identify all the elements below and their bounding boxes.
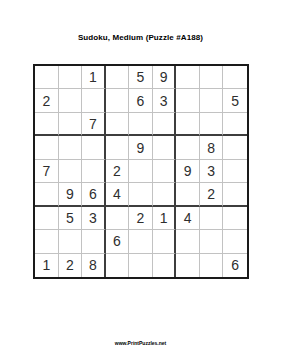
cell-r6c8[interactable]: 2 xyxy=(200,183,224,206)
cell-r1c9[interactable] xyxy=(223,66,247,89)
cell-r5c5[interactable] xyxy=(129,160,153,183)
cell-r2c2[interactable] xyxy=(59,89,83,112)
cell-r2c1[interactable]: 2 xyxy=(35,89,59,112)
cell-r7c3[interactable]: 3 xyxy=(82,207,106,230)
cell-r2c3[interactable] xyxy=(82,89,106,112)
cell-r6c7[interactable] xyxy=(176,183,200,206)
cell-r4c3[interactable] xyxy=(82,136,106,159)
cell-r9c1[interactable]: 1 xyxy=(35,254,59,277)
cell-r5c9[interactable] xyxy=(223,160,247,183)
cell-r3c1[interactable] xyxy=(35,113,59,136)
cell-r9c9[interactable]: 6 xyxy=(223,254,247,277)
cell-r3c4[interactable] xyxy=(106,113,130,136)
cell-r7c6[interactable]: 1 xyxy=(153,207,177,230)
cell-r6c6[interactable] xyxy=(153,183,177,206)
cell-r1c1[interactable] xyxy=(35,66,59,89)
cell-r5c4[interactable]: 2 xyxy=(106,160,130,183)
cell-r3c5[interactable] xyxy=(129,113,153,136)
cell-r8c3[interactable] xyxy=(82,230,106,253)
cell-r8c7[interactable] xyxy=(176,230,200,253)
cell-r7c4[interactable] xyxy=(106,207,130,230)
cell-r7c1[interactable] xyxy=(35,207,59,230)
cell-r5c3[interactable] xyxy=(82,160,106,183)
cell-r4c7[interactable] xyxy=(176,136,200,159)
cell-r1c2[interactable] xyxy=(59,66,83,89)
cell-r7c2[interactable]: 5 xyxy=(59,207,83,230)
footer-url: www.PrintPuzzles.net xyxy=(0,340,281,346)
cell-r1c7[interactable] xyxy=(176,66,200,89)
cell-r8c5[interactable] xyxy=(129,230,153,253)
cell-r9c5[interactable] xyxy=(129,254,153,277)
cell-r7c9[interactable] xyxy=(223,207,247,230)
cell-r8c4[interactable]: 6 xyxy=(106,230,130,253)
cell-r5c2[interactable] xyxy=(59,160,83,183)
cell-r7c8[interactable] xyxy=(200,207,224,230)
cell-r2c7[interactable] xyxy=(176,89,200,112)
cell-r4c5[interactable]: 9 xyxy=(129,136,153,159)
cell-r2c8[interactable] xyxy=(200,89,224,112)
cell-r4c4[interactable] xyxy=(106,136,130,159)
cell-r3c2[interactable] xyxy=(59,113,83,136)
cell-r6c3[interactable]: 6 xyxy=(82,183,106,206)
cell-r1c5[interactable]: 5 xyxy=(129,66,153,89)
cell-r9c8[interactable] xyxy=(200,254,224,277)
cell-r3c8[interactable] xyxy=(200,113,224,136)
cell-r4c8[interactable]: 8 xyxy=(200,136,224,159)
cell-r3c6[interactable] xyxy=(153,113,177,136)
cell-r6c5[interactable] xyxy=(129,183,153,206)
cell-r9c2[interactable]: 2 xyxy=(59,254,83,277)
cell-r5c1[interactable]: 7 xyxy=(35,160,59,183)
cell-r5c8[interactable]: 3 xyxy=(200,160,224,183)
cell-r9c3[interactable]: 8 xyxy=(82,254,106,277)
cell-r9c6[interactable] xyxy=(153,254,177,277)
cell-r6c4[interactable]: 4 xyxy=(106,183,130,206)
cell-r1c6[interactable]: 9 xyxy=(153,66,177,89)
cell-r6c1[interactable] xyxy=(35,183,59,206)
cell-r6c2[interactable]: 9 xyxy=(59,183,83,206)
cell-r7c5[interactable]: 2 xyxy=(129,207,153,230)
cell-r4c9[interactable] xyxy=(223,136,247,159)
cell-r2c5[interactable]: 6 xyxy=(129,89,153,112)
cell-r7c7[interactable]: 4 xyxy=(176,207,200,230)
cell-r3c7[interactable] xyxy=(176,113,200,136)
cell-r3c9[interactable] xyxy=(223,113,247,136)
cell-r9c7[interactable] xyxy=(176,254,200,277)
cell-r1c8[interactable] xyxy=(200,66,224,89)
puzzle-page: Sudoku, Medium (Puzzle #A188) 1592635798… xyxy=(0,0,281,363)
cell-r8c8[interactable] xyxy=(200,230,224,253)
cell-r8c2[interactable] xyxy=(59,230,83,253)
cell-r4c6[interactable] xyxy=(153,136,177,159)
cell-r8c6[interactable] xyxy=(153,230,177,253)
cell-r9c4[interactable] xyxy=(106,254,130,277)
cell-r5c7[interactable]: 9 xyxy=(176,160,200,183)
cell-r3c3[interactable]: 7 xyxy=(82,113,106,136)
cell-r4c2[interactable] xyxy=(59,136,83,159)
cell-r2c6[interactable]: 3 xyxy=(153,89,177,112)
cell-r5c6[interactable] xyxy=(153,160,177,183)
cell-r1c3[interactable]: 1 xyxy=(82,66,106,89)
cell-r6c9[interactable] xyxy=(223,183,247,206)
cell-r2c9[interactable]: 5 xyxy=(223,89,247,112)
cell-r8c1[interactable] xyxy=(35,230,59,253)
puzzle-title: Sudoku, Medium (Puzzle #A188) xyxy=(0,33,281,42)
cell-r4c1[interactable] xyxy=(35,136,59,159)
cell-r8c9[interactable] xyxy=(223,230,247,253)
cell-r1c4[interactable] xyxy=(106,66,130,89)
sudoku-grid: 1592635798729396425321461286 xyxy=(33,64,249,279)
cell-r2c4[interactable] xyxy=(106,89,130,112)
